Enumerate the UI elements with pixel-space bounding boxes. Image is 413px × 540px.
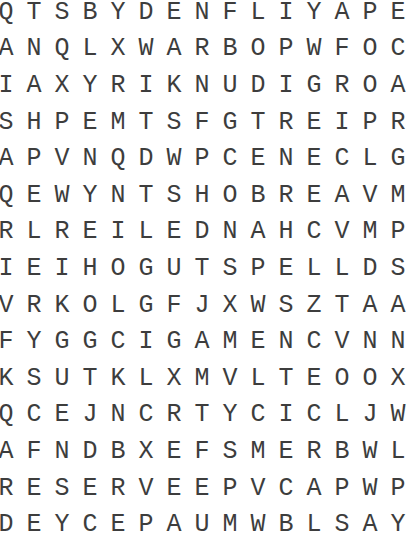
- grid-cell[interactable]: S: [216, 433, 244, 470]
- grid-cell[interactable]: W: [244, 287, 272, 324]
- grid-cell[interactable]: O: [356, 31, 384, 68]
- grid-cell[interactable]: T: [76, 360, 104, 397]
- grid-cell[interactable]: M: [104, 104, 132, 141]
- grid-cell[interactable]: I: [0, 250, 20, 287]
- grid-cell[interactable]: A: [384, 67, 412, 104]
- grid-cell[interactable]: L: [244, 0, 272, 31]
- grid-cell[interactable]: C: [384, 31, 412, 68]
- grid-cell[interactable]: V: [328, 214, 356, 251]
- grid-cell[interactable]: P: [216, 470, 244, 507]
- grid-cell[interactable]: C: [244, 397, 272, 434]
- grid-cell[interactable]: K: [0, 360, 20, 397]
- grid-cell[interactable]: Q: [104, 140, 132, 177]
- grid-cell[interactable]: X: [48, 67, 76, 104]
- grid-cell[interactable]: G: [216, 104, 244, 141]
- grid-cell[interactable]: U: [188, 506, 216, 540]
- grid-cell[interactable]: I: [0, 67, 20, 104]
- grid-cell[interactable]: T: [20, 0, 48, 31]
- grid-cell[interactable]: H: [272, 214, 300, 251]
- grid-cell[interactable]: X: [160, 360, 188, 397]
- grid-cell[interactable]: I: [272, 397, 300, 434]
- grid-cell[interactable]: R: [48, 214, 76, 251]
- grid-cell[interactable]: S: [160, 177, 188, 214]
- grid-cell[interactable]: F: [188, 104, 216, 141]
- grid-cell[interactable]: G: [384, 140, 412, 177]
- grid-cell[interactable]: S: [48, 470, 76, 507]
- grid-cell[interactable]: D: [132, 140, 160, 177]
- grid-cell[interactable]: P: [20, 140, 48, 177]
- grid-cell[interactable]: C: [132, 397, 160, 434]
- grid-cell[interactable]: L: [328, 250, 356, 287]
- grid-cell[interactable]: B: [104, 433, 132, 470]
- grid-cell[interactable]: Q: [0, 397, 20, 434]
- grid-cell[interactable]: D: [356, 250, 384, 287]
- grid-cell[interactable]: I: [272, 0, 300, 31]
- grid-cell[interactable]: W: [244, 506, 272, 540]
- grid-cell[interactable]: B: [328, 433, 356, 470]
- grid-cell[interactable]: J: [76, 397, 104, 434]
- grid-cell[interactable]: E: [300, 177, 328, 214]
- grid-cell[interactable]: L: [244, 360, 272, 397]
- grid-cell[interactable]: L: [132, 360, 160, 397]
- grid-cell[interactable]: I: [272, 67, 300, 104]
- grid-cell[interactable]: O: [328, 360, 356, 397]
- grid-cell[interactable]: A: [356, 287, 384, 324]
- grid-cell[interactable]: S: [48, 0, 76, 31]
- grid-cell[interactable]: S: [216, 250, 244, 287]
- grid-cell[interactable]: B: [216, 31, 244, 68]
- grid-cell[interactable]: E: [76, 104, 104, 141]
- grid-cell[interactable]: M: [188, 360, 216, 397]
- grid-cell[interactable]: F: [160, 287, 188, 324]
- grid-cell[interactable]: Y: [76, 67, 104, 104]
- grid-cell[interactable]: I: [48, 250, 76, 287]
- grid-cell[interactable]: K: [48, 287, 76, 324]
- grid-cell[interactable]: B: [76, 0, 104, 31]
- grid-cell[interactable]: R: [20, 287, 48, 324]
- grid-cell[interactable]: R: [272, 177, 300, 214]
- word-search-page: QTSBYDENFLIYAPEANQLXWARBOPWFOCIAXYRIKNUD…: [0, 0, 413, 540]
- grid-cell[interactable]: W: [160, 140, 188, 177]
- grid-cell[interactable]: H: [76, 250, 104, 287]
- grid-cell[interactable]: R: [104, 470, 132, 507]
- grid-cell[interactable]: N: [104, 397, 132, 434]
- grid-cell[interactable]: F: [328, 31, 356, 68]
- grid-cell[interactable]: T: [188, 250, 216, 287]
- grid-cell[interactable]: X: [132, 433, 160, 470]
- grid-cell[interactable]: R: [300, 433, 328, 470]
- grid-cell[interactable]: T: [272, 360, 300, 397]
- grid-cell[interactable]: N: [272, 140, 300, 177]
- grid-cell[interactable]: L: [300, 250, 328, 287]
- grid-cell[interactable]: C: [76, 506, 104, 540]
- grid-cell[interactable]: N: [76, 140, 104, 177]
- grid-cell[interactable]: I: [328, 104, 356, 141]
- grid-cell[interactable]: X: [384, 360, 412, 397]
- grid-cell[interactable]: F: [20, 433, 48, 470]
- grid-cell[interactable]: M: [216, 506, 244, 540]
- grid-cell[interactable]: O: [244, 31, 272, 68]
- grid-cell[interactable]: G: [76, 323, 104, 360]
- grid-cell[interactable]: N: [356, 323, 384, 360]
- grid-cell[interactable]: N: [384, 323, 412, 360]
- grid-cell[interactable]: N: [188, 67, 216, 104]
- grid-cell[interactable]: E: [160, 214, 188, 251]
- grid-cell[interactable]: P: [132, 506, 160, 540]
- grid-cell[interactable]: E: [272, 250, 300, 287]
- grid-cell[interactable]: S: [328, 506, 356, 540]
- grid-cell[interactable]: T: [328, 287, 356, 324]
- word-search-board: QTSBYDENFLIYAPEANQLXWARBOPWFOCIAXYRIKNUD…: [0, 0, 412, 540]
- grid-cell[interactable]: W: [132, 31, 160, 68]
- grid-cell[interactable]: E: [104, 506, 132, 540]
- grid-cell[interactable]: I: [132, 323, 160, 360]
- grid-cell[interactable]: W: [356, 470, 384, 507]
- grid-cell[interactable]: R: [328, 67, 356, 104]
- grid-cell[interactable]: O: [104, 250, 132, 287]
- grid-cell[interactable]: V: [244, 470, 272, 507]
- grid-cell[interactable]: R: [272, 104, 300, 141]
- grid-cell[interactable]: Y: [20, 323, 48, 360]
- grid-cell[interactable]: Q: [0, 177, 20, 214]
- grid-cell[interactable]: P: [48, 104, 76, 141]
- grid-cell[interactable]: A: [356, 506, 384, 540]
- grid-cell[interactable]: H: [20, 104, 48, 141]
- grid-cell[interactable]: C: [328, 140, 356, 177]
- grid-cell[interactable]: E: [48, 397, 76, 434]
- grid-cell[interactable]: R: [160, 397, 188, 434]
- grid-cell[interactable]: C: [20, 397, 48, 434]
- grid-cell[interactable]: R: [0, 214, 20, 251]
- grid-cell[interactable]: O: [356, 360, 384, 397]
- grid-cell[interactable]: R: [104, 67, 132, 104]
- grid-cell[interactable]: T: [244, 104, 272, 141]
- grid-cell[interactable]: D: [0, 506, 20, 540]
- grid-cell[interactable]: M: [244, 433, 272, 470]
- grid-cell[interactable]: G: [160, 323, 188, 360]
- grid-cell[interactable]: D: [188, 214, 216, 251]
- grid-cell[interactable]: N: [188, 0, 216, 31]
- grid-cell[interactable]: N: [20, 31, 48, 68]
- grid-cell[interactable]: A: [328, 0, 356, 31]
- grid-cell[interactable]: T: [188, 397, 216, 434]
- grid-cell[interactable]: V: [216, 360, 244, 397]
- grid-cell[interactable]: V: [356, 177, 384, 214]
- grid-cell[interactable]: H: [188, 177, 216, 214]
- grid-cell[interactable]: J: [188, 287, 216, 324]
- grid-cell[interactable]: A: [244, 214, 272, 251]
- grid-cell[interactable]: A: [0, 31, 20, 68]
- grid-cell[interactable]: W: [300, 31, 328, 68]
- grid-cell[interactable]: R: [188, 31, 216, 68]
- grid-cell[interactable]: B: [272, 506, 300, 540]
- grid-cell[interactable]: C: [300, 397, 328, 434]
- grid-cell[interactable]: A: [20, 67, 48, 104]
- grid-cell[interactable]: S: [160, 104, 188, 141]
- grid-cell[interactable]: A: [384, 287, 412, 324]
- grid-cell[interactable]: A: [160, 31, 188, 68]
- grid-cell[interactable]: Z: [300, 287, 328, 324]
- grid-cell[interactable]: L: [384, 433, 412, 470]
- grid-cell[interactable]: I: [132, 67, 160, 104]
- grid-cell[interactable]: L: [328, 397, 356, 434]
- grid-cell[interactable]: S: [272, 287, 300, 324]
- grid-cell[interactable]: E: [160, 433, 188, 470]
- grid-cell[interactable]: L: [76, 31, 104, 68]
- grid-cell[interactable]: E: [160, 470, 188, 507]
- grid-cell[interactable]: D: [132, 0, 160, 31]
- grid-cell[interactable]: O: [76, 287, 104, 324]
- grid-cell[interactable]: R: [384, 104, 412, 141]
- grid-cell[interactable]: S: [0, 104, 20, 141]
- grid-cell[interactable]: W: [356, 433, 384, 470]
- grid-cell[interactable]: P: [384, 470, 412, 507]
- grid-cell[interactable]: C: [300, 214, 328, 251]
- grid-cell[interactable]: Y: [104, 0, 132, 31]
- grid-cell[interactable]: L: [104, 287, 132, 324]
- grid-cell[interactable]: Q: [0, 0, 20, 31]
- grid-cell[interactable]: M: [384, 177, 412, 214]
- grid-cell[interactable]: T: [132, 104, 160, 141]
- grid-cell[interactable]: D: [244, 67, 272, 104]
- grid-cell[interactable]: V: [328, 323, 356, 360]
- grid-cell[interactable]: N: [272, 323, 300, 360]
- grid-cell[interactable]: U: [48, 360, 76, 397]
- grid-cell[interactable]: F: [188, 433, 216, 470]
- grid-cell[interactable]: P: [272, 31, 300, 68]
- grid-cell[interactable]: C: [216, 140, 244, 177]
- grid-cell[interactable]: E: [384, 0, 412, 31]
- grid-cell[interactable]: P: [328, 470, 356, 507]
- grid-cell[interactable]: P: [356, 104, 384, 141]
- grid-cell[interactable]: E: [76, 214, 104, 251]
- grid-cell[interactable]: E: [20, 506, 48, 540]
- grid-cell[interactable]: E: [20, 470, 48, 507]
- grid-cell[interactable]: L: [20, 214, 48, 251]
- grid-cell[interactable]: L: [300, 506, 328, 540]
- grid-cell[interactable]: P: [188, 140, 216, 177]
- grid-cell[interactable]: A: [300, 470, 328, 507]
- grid-cell[interactable]: U: [216, 67, 244, 104]
- grid-cell[interactable]: F: [216, 0, 244, 31]
- grid-cell[interactable]: A: [328, 177, 356, 214]
- grid-cell[interactable]: S: [384, 250, 412, 287]
- grid-cell[interactable]: V: [132, 470, 160, 507]
- grid-cell[interactable]: L: [356, 140, 384, 177]
- grid-cell[interactable]: I: [104, 214, 132, 251]
- grid-cell[interactable]: V: [0, 287, 20, 324]
- grid-cell[interactable]: E: [20, 250, 48, 287]
- grid-cell[interactable]: Q: [48, 31, 76, 68]
- grid-cell[interactable]: V: [48, 140, 76, 177]
- grid-cell[interactable]: M: [216, 323, 244, 360]
- grid-cell[interactable]: E: [188, 470, 216, 507]
- grid-cell[interactable]: R: [0, 470, 20, 507]
- grid-cell[interactable]: E: [160, 0, 188, 31]
- grid-cell[interactable]: S: [20, 360, 48, 397]
- grid-cell[interactable]: A: [188, 323, 216, 360]
- grid-cell[interactable]: W: [48, 177, 76, 214]
- grid-cell[interactable]: E: [300, 360, 328, 397]
- grid-cell[interactable]: K: [104, 360, 132, 397]
- grid-cell[interactable]: C: [104, 323, 132, 360]
- grid-cell[interactable]: N: [216, 214, 244, 251]
- grid-cell[interactable]: C: [300, 323, 328, 360]
- grid-cell[interactable]: M: [356, 214, 384, 251]
- grid-cell[interactable]: P: [244, 250, 272, 287]
- grid-cell[interactable]: P: [356, 0, 384, 31]
- grid-cell[interactable]: E: [244, 140, 272, 177]
- grid-cell[interactable]: G: [132, 250, 160, 287]
- grid-cell[interactable]: Y: [76, 177, 104, 214]
- grid-cell[interactable]: A: [0, 140, 20, 177]
- grid-cell[interactable]: A: [0, 433, 20, 470]
- grid-cell[interactable]: E: [300, 140, 328, 177]
- grid-cell[interactable]: C: [272, 470, 300, 507]
- grid-cell[interactable]: D: [76, 433, 104, 470]
- grid-cell[interactable]: E: [20, 177, 48, 214]
- grid-cell[interactable]: E: [76, 470, 104, 507]
- grid-cell[interactable]: E: [244, 323, 272, 360]
- grid-cell[interactable]: P: [384, 214, 412, 251]
- grid-cell[interactable]: E: [300, 104, 328, 141]
- grid-cell[interactable]: O: [356, 67, 384, 104]
- grid-cell[interactable]: G: [48, 323, 76, 360]
- grid-cell[interactable]: W: [384, 397, 412, 434]
- grid-cell[interactable]: Y: [48, 506, 76, 540]
- grid-cell[interactable]: N: [104, 177, 132, 214]
- grid-cell[interactable]: G: [300, 67, 328, 104]
- grid-cell[interactable]: T: [132, 177, 160, 214]
- grid-cell[interactable]: F: [0, 323, 20, 360]
- grid-cell[interactable]: Y: [300, 0, 328, 31]
- grid-cell[interactable]: B: [244, 177, 272, 214]
- grid-cell[interactable]: A: [160, 506, 188, 540]
- grid-cell[interactable]: J: [356, 397, 384, 434]
- grid-cell[interactable]: O: [216, 177, 244, 214]
- grid-cell[interactable]: Y: [216, 397, 244, 434]
- grid-cell[interactable]: G: [132, 287, 160, 324]
- grid-cell[interactable]: N: [48, 433, 76, 470]
- grid-cell[interactable]: X: [216, 287, 244, 324]
- grid-cell[interactable]: U: [160, 250, 188, 287]
- grid-cell[interactable]: X: [104, 31, 132, 68]
- grid-cell[interactable]: Y: [384, 506, 412, 540]
- grid-cell[interactable]: L: [132, 214, 160, 251]
- grid-cell[interactable]: E: [272, 433, 300, 470]
- grid-cell[interactable]: K: [160, 67, 188, 104]
